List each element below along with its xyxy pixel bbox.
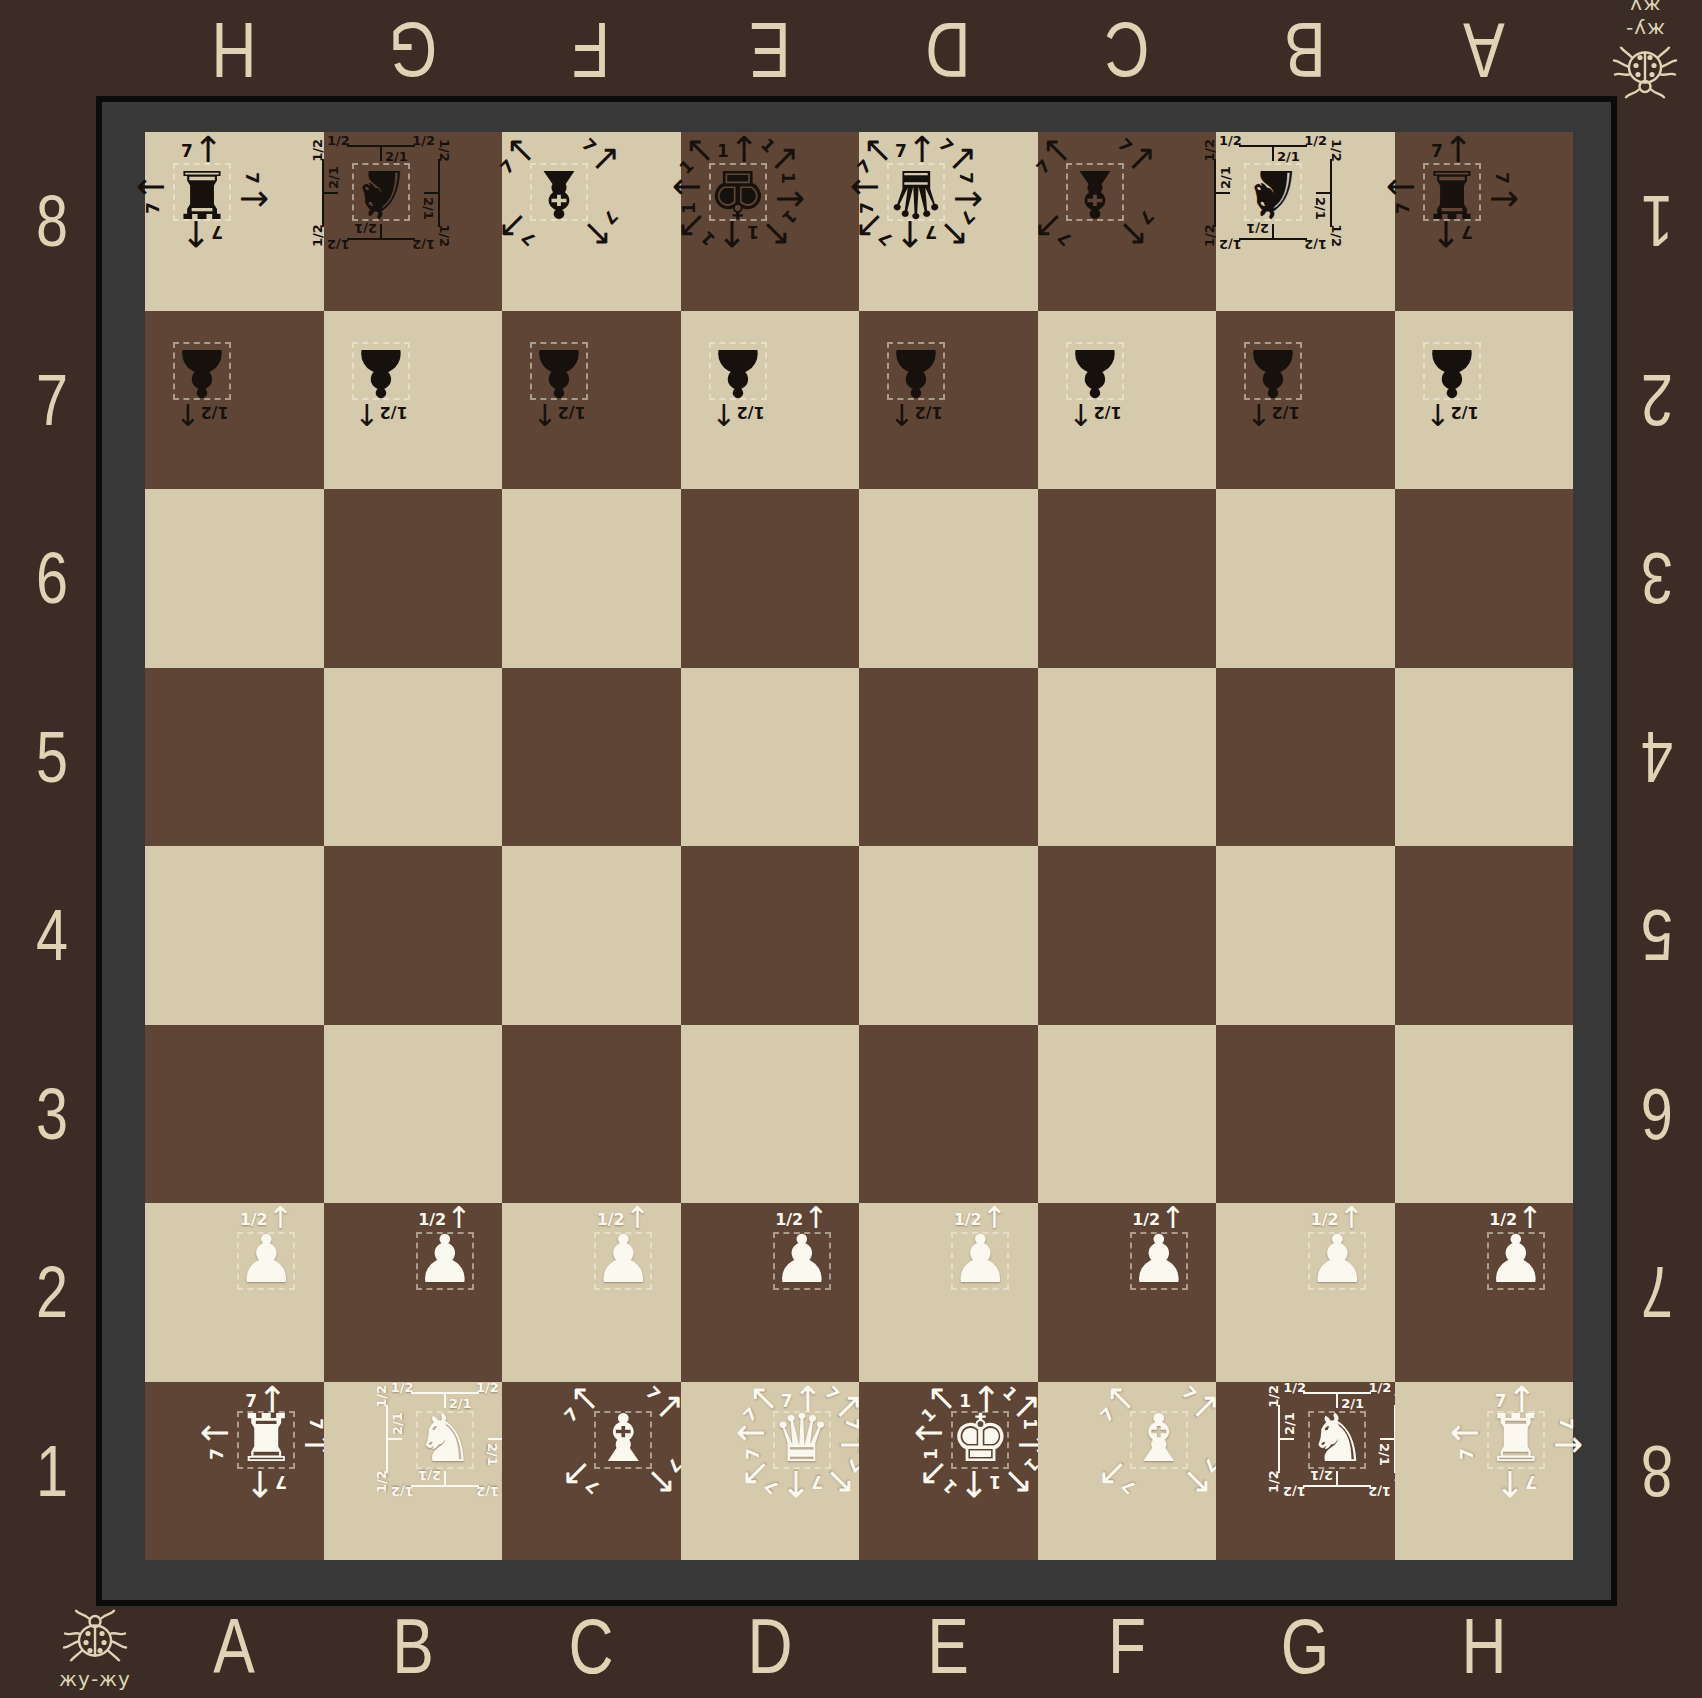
brand-name: жу-жу xyxy=(59,1667,131,1691)
square-g5[interactable] xyxy=(1216,668,1395,847)
chess-piece-glyph: ♟ xyxy=(951,1227,1010,1293)
chess-piece-glyph: ♟ xyxy=(173,338,232,404)
square-e4[interactable] xyxy=(859,846,1038,1025)
piece-black-pawn-h7[interactable]: 1/2↑♟ xyxy=(1407,314,1497,426)
chess-piece-glyph: ♟ xyxy=(1065,338,1124,404)
square-h1[interactable]: 7↑7↑7↑7↑♜ xyxy=(1395,1382,1574,1561)
square-f3[interactable] xyxy=(1038,1025,1217,1204)
piece-black-pawn-c7[interactable]: 1/2↑♟ xyxy=(514,314,604,426)
square-c5[interactable] xyxy=(502,668,681,847)
square-g3[interactable] xyxy=(1216,1025,1395,1204)
arrow-icon: ↑ xyxy=(1553,1429,1580,1459)
square-d6[interactable] xyxy=(681,489,860,668)
piece-black-rook-a8[interactable]: 7↑7↑7↑7↑♜ xyxy=(127,135,277,247)
square-d5[interactable] xyxy=(681,668,860,847)
ladybug-icon xyxy=(62,1610,128,1662)
square-h7[interactable]: 1/2↑♟ xyxy=(1395,311,1574,490)
square-d3[interactable] xyxy=(681,1025,860,1204)
piece-white-bishop-f1[interactable]: 7↑7↑7↑7↑♝ xyxy=(1084,1385,1234,1497)
arrow-icon: ↑ xyxy=(138,172,165,202)
file-label-bottom-D: D xyxy=(747,1607,792,1685)
square-f5[interactable] xyxy=(1038,668,1217,847)
piece-black-pawn-d7[interactable]: 1/2↑♟ xyxy=(693,314,783,426)
piece-white-rook-a1[interactable]: 7↑7↑7↑7↑♜ xyxy=(191,1385,341,1497)
file-label-bottom-G: G xyxy=(1281,1607,1330,1685)
rank-label-left-4: 4 xyxy=(36,899,68,971)
chess-piece-glyph: ♟ xyxy=(415,1227,474,1293)
chess-piece-glyph: ♞ xyxy=(1308,1406,1367,1472)
square-g6[interactable] xyxy=(1216,489,1395,668)
square-e5[interactable] xyxy=(859,668,1038,847)
square-b3[interactable] xyxy=(324,1025,503,1204)
square-b1[interactable]: 1/21/22/11/21/22/11/21/22/11/21/22/1♞ xyxy=(324,1382,503,1561)
knight-move-hint: 1/21/22/1 xyxy=(375,1389,405,1489)
square-c6[interactable] xyxy=(502,489,681,668)
square-a6[interactable] xyxy=(145,489,324,668)
square-b8[interactable]: 1/21/22/11/21/22/11/21/22/11/21/22/1♞ xyxy=(324,132,503,311)
piece-white-pawn-g2[interactable]: 1/2↑♟ xyxy=(1292,1206,1382,1318)
chess-piece-glyph: ♜ xyxy=(1422,160,1481,226)
rank-label-right-6: 6 xyxy=(1641,1078,1673,1150)
piece-white-pawn-a2[interactable]: 1/2↑♟ xyxy=(221,1206,311,1318)
arrow-icon: ↑ xyxy=(1387,172,1414,202)
square-f6[interactable] xyxy=(1038,489,1217,668)
file-label-bottom-F: F xyxy=(1108,1607,1146,1685)
piece-black-king-d8[interactable]: 1↑1↑1↑1↑1↑1↑1↑1↑♚ xyxy=(663,135,813,247)
square-c4[interactable] xyxy=(502,846,681,1025)
knight-move-hint: 1/21/22/1 xyxy=(1267,1389,1297,1489)
file-label-top-B: B xyxy=(1284,11,1326,89)
file-label-bottom-A: A xyxy=(213,1607,255,1685)
piece-black-knight-b8[interactable]: 1/21/22/11/21/22/11/21/22/11/21/22/1♞ xyxy=(306,135,456,247)
square-f2[interactable]: 1/2↑♟ xyxy=(1038,1203,1217,1382)
file-label-bottom-E: E xyxy=(927,1607,969,1685)
chess-piece-glyph: ♝ xyxy=(1065,160,1124,226)
piece-black-bishop-f8[interactable]: 7↑7↑7↑7↑♝ xyxy=(1020,135,1170,247)
file-label-top-D: D xyxy=(926,11,971,89)
piece-white-pawn-b2[interactable]: 1/2↑♟ xyxy=(400,1206,490,1318)
chess-piece-glyph: ♞ xyxy=(415,1406,474,1472)
piece-black-pawn-f7[interactable]: 1/2↑♟ xyxy=(1050,314,1140,426)
square-c3[interactable] xyxy=(502,1025,681,1204)
chess-piece-glyph: ♜ xyxy=(1486,1406,1545,1472)
square-a5[interactable] xyxy=(145,668,324,847)
square-b7[interactable]: 1/2↑♟ xyxy=(324,311,503,490)
chess-piece-glyph: ♜ xyxy=(237,1406,296,1472)
square-d1[interactable]: 7↑7↑7↑7↑7↑7↑7↑7↑♛ xyxy=(681,1382,860,1561)
square-a2[interactable]: 1/2↑♟ xyxy=(145,1203,324,1382)
square-f7[interactable]: 1/2↑♟ xyxy=(1038,311,1217,490)
brand-logo-top-right: жу-жу xyxy=(1612,0,1678,99)
piece-black-pawn-e7[interactable]: 1/2↑♟ xyxy=(871,314,961,426)
square-d7[interactable]: 1/2↑♟ xyxy=(681,311,860,490)
rank-label-left-2: 2 xyxy=(36,1256,68,1328)
square-g8[interactable]: 1/21/22/11/21/22/11/21/22/11/21/22/1♞ xyxy=(1216,132,1395,311)
move-hint-arrow: 7↑ xyxy=(240,172,267,214)
rank-label-left-1: 1 xyxy=(36,1435,68,1507)
square-g7[interactable]: 1/2↑♟ xyxy=(1216,311,1395,490)
move-hint-arrow: 7↑ xyxy=(1489,172,1516,214)
chess-piece-glyph: ♟ xyxy=(708,338,767,404)
square-h8[interactable]: 7↑7↑7↑7↑♜ xyxy=(1395,132,1574,311)
chess-piece-glyph: ♟ xyxy=(530,338,589,404)
piece-black-queen-e8[interactable]: 7↑7↑7↑7↑7↑7↑7↑7↑♛ xyxy=(841,135,991,247)
chess-piece-glyph: ♛ xyxy=(887,160,946,226)
arrow-icon: ↑ xyxy=(240,184,267,214)
square-e3[interactable] xyxy=(859,1025,1038,1204)
rank-label-left-5: 5 xyxy=(36,721,68,793)
move-hint-arrow: 7↑ xyxy=(1387,172,1414,214)
knight-move-hint: 1/21/22/1 xyxy=(1313,143,1343,243)
board: 7↑7↑7↑7↑♜1/21/22/11/21/22/11/21/22/11/21… xyxy=(145,132,1573,1560)
piece-black-pawn-b7[interactable]: 1/2↑♟ xyxy=(336,314,426,426)
piece-white-queen-d1[interactable]: 7↑7↑7↑7↑7↑7↑7↑7↑♛ xyxy=(727,1385,877,1497)
square-h2[interactable]: 1/2↑♟ xyxy=(1395,1203,1574,1382)
chess-piece-glyph: ♚ xyxy=(951,1406,1010,1472)
piece-black-rook-h8[interactable]: 7↑7↑7↑7↑♜ xyxy=(1377,135,1527,247)
square-c8[interactable]: 7↑7↑7↑7↑♝ xyxy=(502,132,681,311)
file-label-top-C: C xyxy=(1104,11,1149,89)
piece-black-pawn-g7[interactable]: 1/2↑♟ xyxy=(1228,314,1318,426)
arrow-icon: ↑ xyxy=(202,1417,229,1447)
square-f8[interactable]: 7↑7↑7↑7↑♝ xyxy=(1038,132,1217,311)
rank-label-right-2: 2 xyxy=(1641,364,1673,436)
arrow-icon: ↑ xyxy=(673,172,700,202)
file-label-bottom-C: C xyxy=(569,1607,614,1685)
square-e7[interactable]: 1/2↑♟ xyxy=(859,311,1038,490)
rank-label-right-4: 4 xyxy=(1641,721,1673,793)
square-a8[interactable]: 7↑7↑7↑7↑♜ xyxy=(145,132,324,311)
square-h4[interactable] xyxy=(1395,846,1574,1025)
rank-label-right-8: 8 xyxy=(1641,1435,1673,1507)
square-c2[interactable]: 1/2↑♟ xyxy=(502,1203,681,1382)
chess-piece-glyph: ♟ xyxy=(1244,338,1303,404)
piece-black-pawn-a7[interactable]: 1/2↑♟ xyxy=(157,314,247,426)
rank-label-left-3: 3 xyxy=(36,1078,68,1150)
file-label-bottom-H: H xyxy=(1461,1607,1506,1685)
piece-white-pawn-c2[interactable]: 1/2↑♟ xyxy=(578,1206,668,1318)
file-label-top-F: F xyxy=(572,11,610,89)
chess-piece-glyph: ♞ xyxy=(1244,160,1303,226)
chess-piece-glyph: ♟ xyxy=(887,338,946,404)
piece-white-king-e1[interactable]: 1↑1↑1↑1↑1↑1↑1↑1↑♚ xyxy=(905,1385,1055,1497)
chess-piece-glyph: ♟ xyxy=(351,338,410,404)
file-label-top-E: E xyxy=(749,11,791,89)
square-a3[interactable] xyxy=(145,1025,324,1204)
move-hint-arrow: 7↑ xyxy=(852,172,879,214)
square-g1[interactable]: 1/21/22/11/21/22/11/21/22/11/21/22/1♞ xyxy=(1216,1382,1395,1561)
square-h6[interactable] xyxy=(1395,489,1574,668)
piece-white-pawn-h2[interactable]: 1/2↑♟ xyxy=(1471,1206,1561,1318)
chess-piece-glyph: ♞ xyxy=(351,160,410,226)
piece-white-knight-g1[interactable]: 1/21/22/11/21/22/11/21/22/11/21/22/1♞ xyxy=(1262,1385,1412,1497)
chess-piece-glyph: ♟ xyxy=(1422,338,1481,404)
file-label-top-A: A xyxy=(1463,11,1505,89)
rank-label-left-8: 8 xyxy=(36,185,68,257)
chess-piece-glyph: ♝ xyxy=(530,160,589,226)
square-e6[interactable] xyxy=(859,489,1038,668)
move-hint-arrow: 1↑ xyxy=(673,172,700,214)
rank-label-right-3: 3 xyxy=(1641,542,1673,614)
rank-label-left-6: 6 xyxy=(36,542,68,614)
square-e2[interactable]: 1/2↑♟ xyxy=(859,1203,1038,1382)
square-d4[interactable] xyxy=(681,846,860,1025)
rank-label-right-5: 5 xyxy=(1641,899,1673,971)
brand-name: жу-жу xyxy=(1612,0,1678,42)
piece-white-rook-h1[interactable]: 7↑7↑7↑7↑♜ xyxy=(1441,1385,1591,1497)
chess-piece-glyph: ♝ xyxy=(594,1406,653,1472)
rank-label-right-1: 1 xyxy=(1641,185,1673,257)
square-f4[interactable] xyxy=(1038,846,1217,1025)
piece-white-pawn-f2[interactable]: 1/2↑♟ xyxy=(1114,1206,1204,1318)
square-b4[interactable] xyxy=(324,846,503,1025)
piece-white-pawn-d2[interactable]: 1/2↑♟ xyxy=(757,1206,847,1318)
piece-white-knight-b1[interactable]: 1/21/22/11/21/22/11/21/22/11/21/22/1♞ xyxy=(370,1385,520,1497)
arrow-icon: ↑ xyxy=(1489,184,1516,214)
file-label-top-G: G xyxy=(388,11,437,89)
square-f1[interactable]: 7↑7↑7↑7↑♝ xyxy=(1038,1382,1217,1561)
rank-label-left-7: 7 xyxy=(36,364,68,436)
chess-piece-glyph: ♜ xyxy=(173,160,232,226)
square-h5[interactable] xyxy=(1395,668,1574,847)
chess-piece-glyph: ♛ xyxy=(772,1406,831,1472)
chess-piece-glyph: ♝ xyxy=(1129,1406,1188,1472)
square-c7[interactable]: 1/2↑♟ xyxy=(502,311,681,490)
file-label-top-H: H xyxy=(212,11,257,89)
move-hint-arrow: 7↑ xyxy=(138,172,165,214)
square-d8[interactable]: 1↑1↑1↑1↑1↑1↑1↑1↑♚ xyxy=(681,132,860,311)
piece-black-knight-g8[interactable]: 1/21/22/11/21/22/11/21/22/11/21/22/1♞ xyxy=(1198,135,1348,247)
square-a1[interactable]: 7↑7↑7↑7↑♜ xyxy=(145,1382,324,1561)
knight-move-hint: 1/21/22/1 xyxy=(421,143,451,243)
chess-piece-glyph: ♟ xyxy=(1129,1227,1188,1293)
ladybug-icon xyxy=(1612,47,1678,99)
square-e1[interactable]: 1↑1↑1↑1↑1↑1↑1↑1↑♚ xyxy=(859,1382,1038,1561)
square-d2[interactable]: 1/2↑♟ xyxy=(681,1203,860,1382)
move-hint-arrow: 7↑ xyxy=(1553,1417,1580,1459)
chess-piece-glyph: ♚ xyxy=(708,160,767,226)
square-b5[interactable] xyxy=(324,668,503,847)
demo-chessboard: 7↑7↑7↑7↑♜1/21/22/11/21/22/11/21/22/11/21… xyxy=(0,0,1702,1698)
square-a4[interactable] xyxy=(145,846,324,1025)
chess-piece-glyph: ♟ xyxy=(237,1227,296,1293)
chess-piece-glyph: ♟ xyxy=(594,1227,653,1293)
square-a7[interactable]: 1/2↑♟ xyxy=(145,311,324,490)
chess-piece-glyph: ♟ xyxy=(1486,1227,1545,1293)
file-label-bottom-B: B xyxy=(392,1607,434,1685)
square-b6[interactable] xyxy=(324,489,503,668)
brand-logo-bottom-left: жу-жу xyxy=(59,1610,131,1691)
square-c1[interactable]: 7↑7↑7↑7↑♝ xyxy=(502,1382,681,1561)
piece-white-pawn-e2[interactable]: 1/2↑♟ xyxy=(935,1206,1025,1318)
rank-label-right-7: 7 xyxy=(1641,1256,1673,1328)
square-h3[interactable] xyxy=(1395,1025,1574,1204)
piece-black-bishop-c8[interactable]: 7↑7↑7↑7↑♝ xyxy=(484,135,634,247)
square-g4[interactable] xyxy=(1216,846,1395,1025)
chess-piece-glyph: ♟ xyxy=(1308,1227,1367,1293)
square-b2[interactable]: 1/2↑♟ xyxy=(324,1203,503,1382)
move-hint-arrow: 7↑ xyxy=(202,1417,229,1459)
chess-piece-glyph: ♟ xyxy=(772,1227,831,1293)
arrow-icon: ↑ xyxy=(1451,1417,1478,1447)
piece-white-bishop-c1[interactable]: 7↑7↑7↑7↑♝ xyxy=(548,1385,698,1497)
move-hint-arrow: 7↑ xyxy=(1451,1417,1478,1459)
square-g2[interactable]: 1/2↑♟ xyxy=(1216,1203,1395,1382)
square-e8[interactable]: 7↑7↑7↑7↑7↑7↑7↑7↑♛ xyxy=(859,132,1038,311)
